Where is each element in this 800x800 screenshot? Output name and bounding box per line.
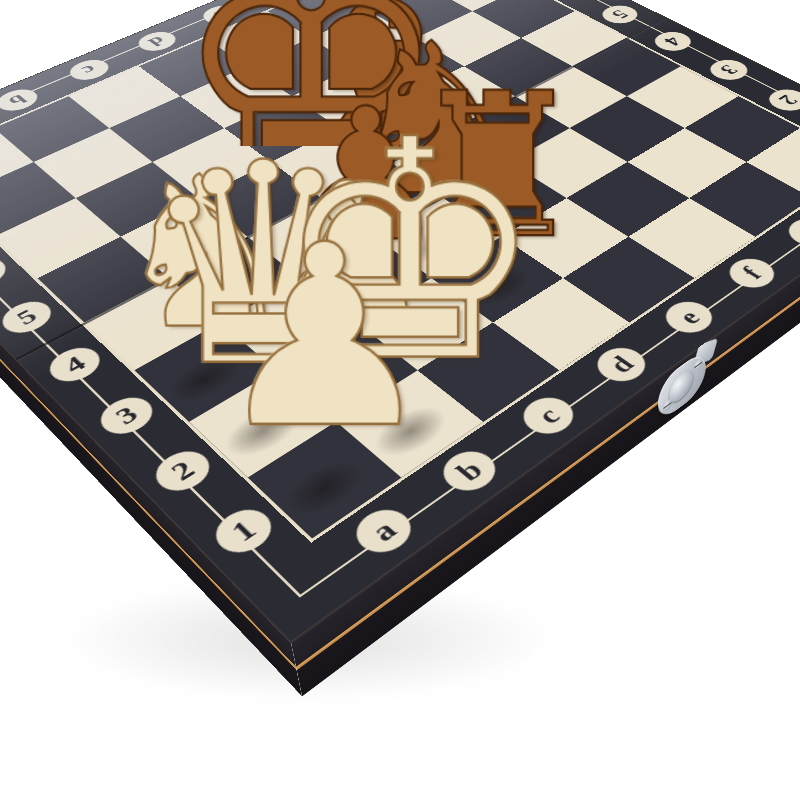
label-circle: 4 [41,341,108,388]
board-top-face: abcdefgh abcdefgh 12345678 12345678 ♚♝♞♟… [0,0,800,641]
label-circle: e [657,296,722,339]
label-circle: 6 [0,253,13,293]
label-circle: 2 [146,444,219,499]
label-circle: 4 [648,28,698,54]
board-3d: abcdefgh abcdefgh 12345678 12345678 ♚♝♞♟… [0,0,800,641]
scene: abcdefgh abcdefgh 12345678 12345678 ♚♝♞♟… [0,0,800,800]
label-circle: 1 [206,502,282,562]
pawn-glyph: ♟ [212,211,437,462]
label-circle: d [588,341,655,388]
label-circle: f [721,253,783,293]
label-circle: b [433,444,506,499]
chess-board-photo: { "game": "chess", "scene": "overhead-an… [0,0,800,800]
label-circle: 5 [595,2,644,27]
label-circle: 5 [0,296,59,339]
label-circle: 2 [762,85,800,115]
label-circle: b [0,85,44,115]
label-circle: g [780,213,800,251]
label-circle: a [346,502,422,562]
